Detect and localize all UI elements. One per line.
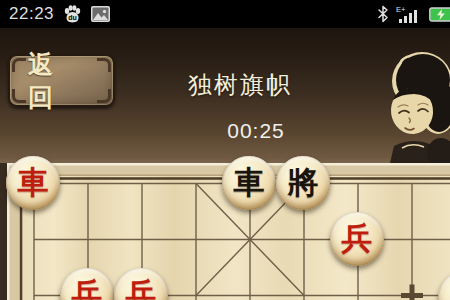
piece-black-chariot-e10[interactable]: 車 [222, 156, 276, 210]
clock-text: 22:23 [9, 4, 54, 24]
bluetooth-icon [377, 5, 389, 23]
piece-glyph: 將 [288, 167, 319, 198]
system-icons: E+ [377, 5, 450, 24]
piece-layer: 車車將兵兵兵 [0, 0, 450, 300]
piece-red-soldier-c8[interactable]: 兵 [114, 268, 168, 300]
svg-text:E+: E+ [396, 5, 406, 14]
piece-glyph: 兵 [72, 279, 103, 300]
signal-strength-icon: E+ [396, 5, 422, 24]
piece-unknown-partial-i8[interactable] [438, 271, 450, 300]
app-screen: 22:23 du [0, 0, 450, 300]
baidu-paw-icon: du [62, 4, 83, 24]
gallery-icon [90, 5, 111, 23]
piece-glyph: 兵 [342, 223, 373, 254]
piece-glyph: 兵 [126, 279, 157, 300]
piece-glyph: 車 [234, 167, 265, 198]
battery-charging-icon [429, 7, 450, 22]
svg-text:du: du [68, 14, 77, 21]
piece-red-chariot-a10[interactable]: 車 [6, 156, 60, 210]
piece-red-soldier-b8[interactable]: 兵 [60, 268, 114, 300]
piece-glyph: 車 [18, 167, 49, 198]
status-bar: 22:23 du [0, 0, 450, 28]
piece-black-general-f10[interactable]: 將 [276, 156, 330, 210]
notification-icons: du [62, 4, 111, 24]
piece-red-soldier-g9[interactable]: 兵 [330, 212, 384, 266]
